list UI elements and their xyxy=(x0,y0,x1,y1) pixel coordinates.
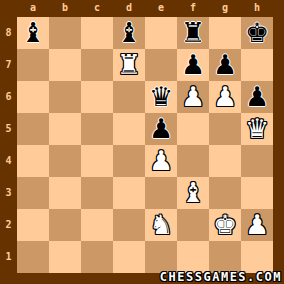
white-pawn[interactable]: ♟ xyxy=(213,81,237,113)
file-labels: abcdefgh xyxy=(17,0,273,17)
square-f8[interactable]: ♜ xyxy=(177,17,209,49)
file-label-a: a xyxy=(17,0,49,17)
square-b2[interactable] xyxy=(49,209,81,241)
square-f4[interactable] xyxy=(177,145,209,177)
square-a5[interactable] xyxy=(17,113,49,145)
square-f7[interactable]: ♟ xyxy=(177,49,209,81)
square-d4[interactable] xyxy=(113,145,145,177)
square-b8[interactable] xyxy=(49,17,81,49)
black-pawn[interactable]: ♟ xyxy=(181,49,205,81)
white-bishop[interactable]: ♝ xyxy=(181,177,205,209)
rank-label-2: 2 xyxy=(0,209,17,241)
file-label-h: h xyxy=(241,0,273,17)
square-g4[interactable] xyxy=(209,145,241,177)
watermark-text: CHESSGAMES.COM xyxy=(160,271,282,284)
file-label-g: g xyxy=(209,0,241,17)
square-f2[interactable] xyxy=(177,209,209,241)
file-label-f: f xyxy=(177,0,209,17)
white-knight[interactable]: ♞ xyxy=(149,209,173,241)
square-g2[interactable]: ♚ xyxy=(209,209,241,241)
white-pawn[interactable]: ♟ xyxy=(149,145,173,177)
chess-diagram: abcdefgh 87654321 ♝♝♜♚♜♟♟♛♟♟♟♟♛♟♝♞♚♟ CHE… xyxy=(0,0,284,284)
black-bishop[interactable]: ♝ xyxy=(21,17,45,49)
square-e2[interactable]: ♞ xyxy=(145,209,177,241)
square-h7[interactable] xyxy=(241,49,273,81)
rank-label-4: 4 xyxy=(0,145,17,177)
square-e7[interactable] xyxy=(145,49,177,81)
square-h8[interactable]: ♚ xyxy=(241,17,273,49)
square-d6[interactable] xyxy=(113,81,145,113)
square-e5[interactable]: ♟ xyxy=(145,113,177,145)
white-queen[interactable]: ♛ xyxy=(245,113,269,145)
square-h4[interactable] xyxy=(241,145,273,177)
square-a2[interactable] xyxy=(17,209,49,241)
square-c5[interactable] xyxy=(81,113,113,145)
square-g3[interactable] xyxy=(209,177,241,209)
square-a8[interactable]: ♝ xyxy=(17,17,49,49)
square-d8[interactable]: ♝ xyxy=(113,17,145,49)
square-b4[interactable] xyxy=(49,145,81,177)
file-label-e: e xyxy=(145,0,177,17)
rank-label-5: 5 xyxy=(0,113,17,145)
square-a3[interactable] xyxy=(17,177,49,209)
square-a4[interactable] xyxy=(17,145,49,177)
square-e8[interactable] xyxy=(145,17,177,49)
square-g7[interactable]: ♟ xyxy=(209,49,241,81)
black-bishop[interactable]: ♝ xyxy=(117,17,141,49)
square-b7[interactable] xyxy=(49,49,81,81)
square-h2[interactable]: ♟ xyxy=(241,209,273,241)
black-pawn[interactable]: ♟ xyxy=(149,113,173,145)
square-e4[interactable]: ♟ xyxy=(145,145,177,177)
rank-label-7: 7 xyxy=(0,49,17,81)
square-b6[interactable] xyxy=(49,81,81,113)
black-rook[interactable]: ♜ xyxy=(181,17,205,49)
square-g8[interactable] xyxy=(209,17,241,49)
square-f5[interactable] xyxy=(177,113,209,145)
white-pawn[interactable]: ♟ xyxy=(181,81,205,113)
square-e1[interactable] xyxy=(145,241,177,273)
square-b1[interactable] xyxy=(49,241,81,273)
square-c2[interactable] xyxy=(81,209,113,241)
square-c6[interactable] xyxy=(81,81,113,113)
square-f1[interactable] xyxy=(177,241,209,273)
square-g6[interactable]: ♟ xyxy=(209,81,241,113)
black-pawn[interactable]: ♟ xyxy=(245,81,269,113)
square-d7[interactable]: ♜ xyxy=(113,49,145,81)
square-b3[interactable] xyxy=(49,177,81,209)
square-e6[interactable]: ♛ xyxy=(145,81,177,113)
square-h3[interactable] xyxy=(241,177,273,209)
file-label-d: d xyxy=(113,0,145,17)
square-c3[interactable] xyxy=(81,177,113,209)
rank-label-3: 3 xyxy=(0,177,17,209)
square-c4[interactable] xyxy=(81,145,113,177)
rank-label-1: 1 xyxy=(0,241,17,273)
square-f6[interactable]: ♟ xyxy=(177,81,209,113)
file-label-c: c xyxy=(81,0,113,17)
square-a7[interactable] xyxy=(17,49,49,81)
square-b5[interactable] xyxy=(49,113,81,145)
white-king[interactable]: ♚ xyxy=(213,209,237,241)
square-d5[interactable] xyxy=(113,113,145,145)
chess-board: ♝♝♜♚♜♟♟♛♟♟♟♟♛♟♝♞♚♟ xyxy=(17,17,273,273)
square-a6[interactable] xyxy=(17,81,49,113)
square-d1[interactable] xyxy=(113,241,145,273)
square-c1[interactable] xyxy=(81,241,113,273)
square-g1[interactable] xyxy=(209,241,241,273)
square-a1[interactable] xyxy=(17,241,49,273)
square-h1[interactable] xyxy=(241,241,273,273)
square-c8[interactable] xyxy=(81,17,113,49)
square-d2[interactable] xyxy=(113,209,145,241)
file-label-b: b xyxy=(49,0,81,17)
black-pawn[interactable]: ♟ xyxy=(213,49,237,81)
square-f3[interactable]: ♝ xyxy=(177,177,209,209)
black-queen[interactable]: ♛ xyxy=(149,81,173,113)
square-g5[interactable] xyxy=(209,113,241,145)
white-rook[interactable]: ♜ xyxy=(117,49,141,81)
rank-labels: 87654321 xyxy=(0,17,17,273)
white-pawn[interactable]: ♟ xyxy=(245,209,269,241)
square-c7[interactable] xyxy=(81,49,113,81)
square-h6[interactable]: ♟ xyxy=(241,81,273,113)
black-king[interactable]: ♚ xyxy=(245,17,269,49)
rank-label-6: 6 xyxy=(0,81,17,113)
square-h5[interactable]: ♛ xyxy=(241,113,273,145)
rank-label-8: 8 xyxy=(0,17,17,49)
square-d3[interactable] xyxy=(113,177,145,209)
square-e3[interactable] xyxy=(145,177,177,209)
